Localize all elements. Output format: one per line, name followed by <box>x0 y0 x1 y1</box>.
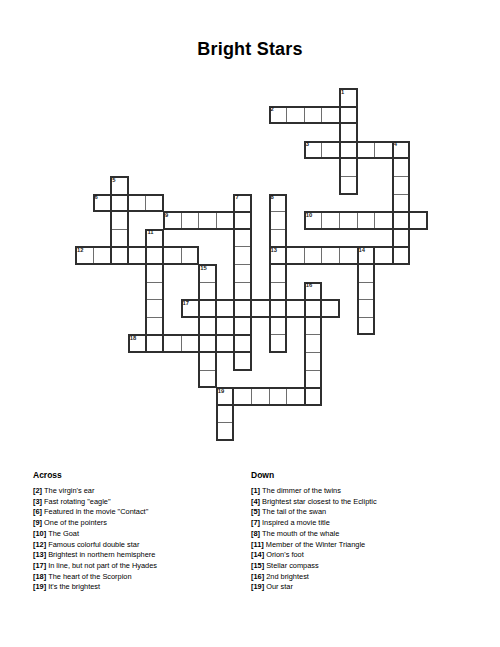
clue-text: Featured in the movie "Contact" <box>44 507 148 516</box>
clue-text: Inspired a movie title <box>262 518 330 527</box>
clue-item-down-11: [11]Member of the Winter Triangle <box>251 540 481 551</box>
clue-number: [15] <box>251 561 264 570</box>
grid-cell-r7c15[interactable] <box>339 211 358 230</box>
grid-cell-r6c3[interactable] <box>128 194 147 213</box>
clue-number: [2] <box>33 486 42 495</box>
grid-cell-r5c18[interactable] <box>392 176 411 195</box>
clue-item-across-3: [3]Fast rotating "eagle" <box>33 497 243 508</box>
grid-cell-r9c5[interactable] <box>163 246 182 265</box>
grid-cell-r5c2[interactable] <box>110 176 129 195</box>
grid-cell-r12c9[interactable] <box>233 299 252 318</box>
grid-cell-r6c2[interactable] <box>110 194 129 213</box>
grid-cell-r17c10[interactable] <box>251 387 270 406</box>
grid-cell-r12c14[interactable] <box>321 299 340 318</box>
clue-item-down-14: [14]Orion's foot <box>251 550 481 561</box>
grid-cell-r8c4[interactable] <box>145 229 164 248</box>
clue-item-down-19: [19]Our star <box>251 582 481 593</box>
clue-item-down-7: [7]Inspired a movie title <box>251 518 481 529</box>
grid-cell-r1c15[interactable] <box>339 106 358 125</box>
grid-cell-r0c15[interactable] <box>339 88 358 107</box>
grid-cell-r12c7[interactable] <box>198 299 217 318</box>
grid-cell-r3c16[interactable] <box>357 141 376 160</box>
grid-cell-r11c13[interactable] <box>304 282 323 301</box>
down-header: Down <box>251 471 481 479</box>
clue-text: 2nd brightest <box>266 572 309 581</box>
clue-number: [19] <box>251 582 264 591</box>
clue-number: [12] <box>33 540 46 549</box>
clue-number: [3] <box>33 497 42 506</box>
grid-cell-r6c9[interactable] <box>233 194 252 213</box>
clue-number: [13] <box>33 550 46 559</box>
grid-cell-r4c15[interactable] <box>339 158 358 177</box>
clue-number: [16] <box>251 572 264 581</box>
clue-number: [6] <box>33 507 42 516</box>
grid-cell-r10c4[interactable] <box>145 264 164 283</box>
grid-cell-r7c2[interactable] <box>110 211 129 230</box>
clue-item-across-17: [17]In line, but not part of the Hyades <box>33 561 243 572</box>
clue-item-down-15: [15]Stellar compass <box>251 561 481 572</box>
grid-cell-r6c11[interactable] <box>269 194 288 213</box>
clue-number: [17] <box>33 561 46 570</box>
grid-cell-r6c4[interactable] <box>145 194 164 213</box>
grid-cell-r10c16[interactable] <box>357 264 376 283</box>
grid-cell-r15c13[interactable] <box>304 352 323 371</box>
grid-cell-r11c4[interactable] <box>145 282 164 301</box>
clue-item-across-12: [12]Famous colorful double star <box>33 540 243 551</box>
grid-cell-r7c9[interactable] <box>233 211 252 230</box>
grid-cell-r16c13[interactable] <box>304 370 323 389</box>
grid-cell-r9c9[interactable] <box>233 246 252 265</box>
grid-cell-r9c16[interactable] <box>357 246 376 265</box>
clue-number: [14] <box>251 550 264 559</box>
grid-cell-r2c15[interactable] <box>339 123 358 142</box>
grid-cell-r18c8[interactable] <box>216 405 235 424</box>
grid-cell-r14c7[interactable] <box>198 334 217 353</box>
grid-cell-r7c6[interactable] <box>181 211 200 230</box>
grid-cell-r7c16[interactable] <box>357 211 376 230</box>
down-clues-list: Down [1]The dimmer of the twins [4]Brigh… <box>251 471 481 593</box>
clue-text: Member of the Winter Triangle <box>266 540 365 549</box>
grid-cell-r1c11[interactable] <box>269 106 288 125</box>
clue-number: [10] <box>33 529 46 538</box>
grid-cell-r14c5[interactable] <box>163 334 182 353</box>
grid-cell-r3c17[interactable] <box>374 141 393 160</box>
grid-cell-r3c14[interactable] <box>321 141 340 160</box>
grid-cell-r15c7[interactable] <box>198 352 217 371</box>
clue-text: The mouth of the whale <box>262 529 339 538</box>
grid-cell-r9c17[interactable] <box>374 246 393 265</box>
clue-number: [5] <box>251 507 260 516</box>
clue-item-across-13: [13]Brightest in northern hemisphere <box>33 550 243 561</box>
clue-item-across-9: [9]One of the pointers <box>33 518 243 529</box>
grid-cell-r17c13[interactable] <box>304 387 323 406</box>
grid-cell-r7c19[interactable] <box>409 211 428 230</box>
clue-number: [19] <box>33 582 46 591</box>
grid-cell-r11c9[interactable] <box>233 282 252 301</box>
grid-cell-r9c11[interactable] <box>269 246 288 265</box>
grid-cell-r3c13[interactable] <box>304 141 323 160</box>
clue-text: The heart of the Scorpion <box>48 572 131 581</box>
grid-cell-r13c9[interactable] <box>233 317 252 336</box>
puzzle-page: Bright Stars 123456789101112131415161718… <box>0 0 500 647</box>
across-header: Across <box>33 471 243 479</box>
grid-cell-r9c18[interactable] <box>392 246 411 265</box>
grid-cell-r1c12[interactable] <box>286 106 305 125</box>
grid-cell-r12c11[interactable] <box>269 299 288 318</box>
grid-cell-r7c8[interactable] <box>216 211 235 230</box>
grid-cell-r13c7[interactable] <box>198 317 217 336</box>
clue-text: Orion's foot <box>266 550 304 559</box>
grid-cell-r10c7[interactable] <box>198 264 217 283</box>
clue-text: The tail of the swan <box>262 507 326 516</box>
grid-cell-r11c7[interactable] <box>198 282 217 301</box>
crossword-grid: 12345678910111213141516171819 <box>75 88 429 442</box>
clue-text: Fast rotating "eagle" <box>44 497 110 506</box>
clue-text: Stellar compass <box>266 561 319 570</box>
grid-cell-r3c15[interactable] <box>339 141 358 160</box>
grid-cell-r12c6[interactable] <box>181 299 200 318</box>
grid-cell-r7c11[interactable] <box>269 211 288 230</box>
grid-cell-r16c7[interactable] <box>198 370 217 389</box>
grid-cell-r3c18[interactable] <box>392 141 411 160</box>
grid-cell-r9c3[interactable] <box>128 246 147 265</box>
grid-cell-r7c18[interactable] <box>392 211 411 230</box>
grid-cell-r14c13[interactable] <box>304 334 323 353</box>
grid-cell-r6c1[interactable] <box>93 194 112 213</box>
clue-number: [8] <box>251 529 260 538</box>
grid-cell-r7c13[interactable] <box>304 211 323 230</box>
grid-cell-r10c9[interactable] <box>233 264 252 283</box>
clue-text: Famous colorful double star <box>48 540 139 549</box>
grid-cell-r5c15[interactable] <box>339 176 358 195</box>
clue-text: Brightest in northern hemisphere <box>48 550 155 559</box>
grid-cell-r6c18[interactable] <box>392 194 411 213</box>
grid-cell-r15c9[interactable] <box>233 352 252 371</box>
clue-number: [1] <box>251 486 260 495</box>
clue-text: Brightest star closest to the Ecliptic <box>262 497 377 506</box>
clue-text: The virgin's ear <box>44 486 94 495</box>
clue-number: [7] <box>251 518 260 527</box>
grid-cell-r9c15[interactable] <box>339 246 358 265</box>
grid-cell-r17c11[interactable] <box>269 387 288 406</box>
grid-cell-r9c1[interactable] <box>93 246 112 265</box>
grid-cell-r10c11[interactable] <box>269 264 288 283</box>
clue-text: Our star <box>266 582 293 591</box>
clue-item-down-1: [1]The dimmer of the twins <box>251 486 481 497</box>
grid-cell-r13c11[interactable] <box>269 317 288 336</box>
clue-item-down-8: [8]The mouth of the whale <box>251 529 481 540</box>
grid-cell-r17c8[interactable] <box>216 387 235 406</box>
clue-text: In line, but not part of the Hyades <box>48 561 157 570</box>
grid-cell-r12c8[interactable] <box>216 299 235 318</box>
grid-cell-r12c4[interactable] <box>145 299 164 318</box>
clue-number: [18] <box>33 572 46 581</box>
grid-cell-r8c11[interactable] <box>269 229 288 248</box>
clue-item-down-5: [5]The tail of the swan <box>251 507 481 518</box>
grid-cell-r12c13[interactable] <box>304 299 323 318</box>
clue-text: The dimmer of the twins <box>262 486 341 495</box>
grid-cell-r19c8[interactable] <box>216 422 235 441</box>
clue-text: The Goat <box>48 529 79 538</box>
grid-cell-r12c10[interactable] <box>251 299 270 318</box>
clue-item-across-19: [19]It's the brightest <box>33 582 243 593</box>
clue-number: [4] <box>251 497 260 506</box>
grid-cell-r14c3[interactable] <box>128 334 147 353</box>
grid-cell-r9c0[interactable] <box>75 246 94 265</box>
clue-text: It's the brightest <box>48 582 100 591</box>
grid-cell-r13c13[interactable] <box>304 317 323 336</box>
grid-cell-r4c18[interactable] <box>392 158 411 177</box>
grid-cell-r8c9[interactable] <box>233 229 252 248</box>
grid-cell-r7c5[interactable] <box>163 211 182 230</box>
grid-cell-r14c6[interactable] <box>181 334 200 353</box>
grid-cell-r14c4[interactable] <box>145 334 164 353</box>
clue-item-across-10: [10]The Goat <box>33 529 243 540</box>
clue-text: One of the pointers <box>44 518 107 527</box>
puzzle-title: Bright Stars <box>0 39 500 60</box>
grid-cell-r9c6[interactable] <box>181 246 200 265</box>
clue-number: [9] <box>33 518 42 527</box>
grid-cell-r7c7[interactable] <box>198 211 217 230</box>
grid-cell-r17c12[interactable] <box>286 387 305 406</box>
grid-cell-r17c9[interactable] <box>233 387 252 406</box>
clue-item-down-16: [16]2nd brightest <box>251 572 481 583</box>
grid-cell-r7c14[interactable] <box>321 211 340 230</box>
grid-cell-r8c2[interactable] <box>110 229 129 248</box>
grid-cell-r13c16[interactable] <box>357 317 376 336</box>
grid-cell-r14c9[interactable] <box>233 334 252 353</box>
grid-cell-r7c17[interactable] <box>374 211 393 230</box>
grid-cell-r11c16[interactable] <box>357 282 376 301</box>
grid-cell-r9c14[interactable] <box>321 246 340 265</box>
grid-cell-r12c12[interactable] <box>286 299 305 318</box>
clue-number: [11] <box>251 540 264 549</box>
clue-item-across-2: [2]The virgin's ear <box>33 486 243 497</box>
grid-cell-r11c11[interactable] <box>269 282 288 301</box>
grid-cell-r13c4[interactable] <box>145 317 164 336</box>
grid-cell-r8c18[interactable] <box>392 229 411 248</box>
grid-cell-r9c4[interactable] <box>145 246 164 265</box>
grid-cell-r9c13[interactable] <box>304 246 323 265</box>
grid-cell-r14c8[interactable] <box>216 334 235 353</box>
grid-cell-r9c2[interactable] <box>110 246 129 265</box>
grid-cell-r1c13[interactable] <box>304 106 323 125</box>
grid-cell-r12c16[interactable] <box>357 299 376 318</box>
across-clues-list: Across [2]The virgin's ear [3]Fast rotat… <box>33 471 243 593</box>
grid-cell-r9c12[interactable] <box>286 246 305 265</box>
grid-cell-r1c14[interactable] <box>321 106 340 125</box>
clue-item-across-18: [18]The heart of the Scorpion <box>33 572 243 583</box>
clue-item-down-4: [4]Brightest star closest to the Eclipti… <box>251 497 481 508</box>
clue-item-across-6: [6]Featured in the movie "Contact" <box>33 507 243 518</box>
grid-cell-r14c11[interactable] <box>269 334 288 353</box>
